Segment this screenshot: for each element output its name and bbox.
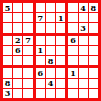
sudoku-cell-r1c4[interactable] [36, 3, 45, 12]
sudoku-box-2-2: 1 [68, 68, 98, 98]
sudoku-given-r7c4: 6 [36, 68, 45, 77]
sudoku-cell-r5c3[interactable] [23, 46, 32, 55]
sudoku-given-r2c4: 7 [36, 13, 45, 22]
sudoku-box-1-1: 18 [36, 36, 66, 66]
sudoku-cell-r9c8[interactable] [79, 89, 88, 98]
sudoku-cell-r2c1[interactable] [3, 13, 12, 22]
sudoku-cell-r8c2[interactable] [13, 79, 22, 88]
sudoku-cell-r9c9[interactable] [89, 89, 98, 98]
sudoku-given-r6c5: 8 [46, 56, 55, 65]
sudoku-cell-r4c5[interactable] [46, 36, 55, 45]
sudoku-cell-r7c3[interactable] [23, 68, 32, 77]
sudoku-given-r4c3: 7 [23, 36, 32, 45]
sudoku-cell-r5c8[interactable] [79, 46, 88, 55]
sudoku-cell-r1c3[interactable] [23, 3, 32, 12]
sudoku-cell-r8c8[interactable] [79, 79, 88, 88]
sudoku-cell-r9c5[interactable] [46, 89, 55, 98]
sudoku-cell-r3c5[interactable] [46, 23, 55, 32]
sudoku-cell-r9c3[interactable] [23, 89, 32, 98]
sudoku-cell-r1c5[interactable] [46, 3, 55, 12]
sudoku-given-r8c1: 8 [3, 79, 12, 88]
sudoku-cell-r2c9[interactable] [89, 13, 98, 22]
sudoku-box-0-1: 71 [36, 3, 66, 33]
sudoku-cell-r7c8[interactable] [79, 68, 88, 77]
sudoku-cell-r6c1[interactable] [3, 56, 12, 65]
sudoku-box-2-1: 64 [36, 68, 66, 98]
sudoku-cell-r6c8[interactable] [79, 56, 88, 65]
sudoku-cell-r4c6[interactable] [56, 36, 65, 45]
sudoku-box-0-0: 5 [3, 3, 33, 33]
sudoku-cell-r7c2[interactable] [13, 68, 22, 77]
sudoku-cell-r6c6[interactable] [56, 56, 65, 65]
sudoku-box-1-0: 276 [3, 36, 33, 66]
sudoku-cell-r9c7[interactable] [68, 89, 77, 98]
sudoku-board: 57148327618683641 [0, 0, 101, 101]
sudoku-cell-r5c5[interactable] [46, 46, 55, 55]
sudoku-given-r2c6: 1 [56, 13, 65, 22]
sudoku-cell-r6c2[interactable] [13, 56, 22, 65]
sudoku-cell-r4c1[interactable] [3, 36, 12, 45]
sudoku-cell-r8c4[interactable] [36, 79, 45, 88]
sudoku-cell-r4c8[interactable] [79, 36, 88, 45]
sudoku-cell-r9c6[interactable] [56, 89, 65, 98]
sudoku-cell-r1c7[interactable] [68, 3, 77, 12]
sudoku-box-0-2: 483 [68, 3, 98, 33]
sudoku-cell-r9c2[interactable] [13, 89, 22, 98]
sudoku-box-1-2: 6 [68, 36, 98, 66]
sudoku-cell-r3c6[interactable] [56, 23, 65, 32]
sudoku-cell-r7c6[interactable] [56, 68, 65, 77]
sudoku-cell-r3c4[interactable] [36, 23, 45, 32]
sudoku-cell-r2c5[interactable] [46, 13, 55, 22]
sudoku-given-r4c7: 6 [68, 36, 77, 45]
sudoku-cell-r9c4[interactable] [36, 89, 45, 98]
sudoku-cell-r6c3[interactable] [23, 56, 32, 65]
sudoku-cell-r8c3[interactable] [23, 79, 32, 88]
sudoku-cell-r3c3[interactable] [23, 23, 32, 32]
sudoku-cell-r3c2[interactable] [13, 23, 22, 32]
sudoku-cell-r2c8[interactable] [79, 13, 88, 22]
sudoku-given-r7c7: 1 [68, 68, 77, 77]
sudoku-cell-r5c7[interactable] [68, 46, 77, 55]
sudoku-cell-r8c7[interactable] [68, 79, 77, 88]
sudoku-cell-r6c7[interactable] [68, 56, 77, 65]
sudoku-cell-r3c9[interactable] [89, 23, 98, 32]
sudoku-cell-r5c9[interactable] [89, 46, 98, 55]
sudoku-cell-r8c9[interactable] [89, 79, 98, 88]
sudoku-cell-r2c2[interactable] [13, 13, 22, 22]
sudoku-cell-r2c7[interactable] [68, 13, 77, 22]
sudoku-cell-r7c9[interactable] [89, 68, 98, 77]
sudoku-given-r3c8: 3 [79, 23, 88, 32]
sudoku-given-r1c9: 8 [89, 3, 98, 12]
sudoku-given-r5c4: 1 [36, 46, 45, 55]
sudoku-cell-r6c4[interactable] [36, 56, 45, 65]
sudoku-box-2-0: 83 [3, 68, 33, 98]
sudoku-given-r9c1: 3 [3, 89, 12, 98]
sudoku-given-r5c2: 6 [13, 46, 22, 55]
sudoku-cell-r5c1[interactable] [3, 46, 12, 55]
sudoku-cell-r8c6[interactable] [56, 79, 65, 88]
sudoku-cell-r2c3[interactable] [23, 13, 32, 22]
sudoku-cell-r1c6[interactable] [56, 3, 65, 12]
sudoku-cell-r3c1[interactable] [3, 23, 12, 32]
sudoku-cell-r4c9[interactable] [89, 36, 98, 45]
sudoku-cell-r1c2[interactable] [13, 3, 22, 12]
sudoku-given-r1c1: 5 [3, 3, 12, 12]
sudoku-given-r1c8: 4 [79, 3, 88, 12]
sudoku-cell-r6c9[interactable] [89, 56, 98, 65]
sudoku-given-r4c2: 2 [13, 36, 22, 45]
sudoku-cell-r7c5[interactable] [46, 68, 55, 77]
sudoku-given-r8c5: 4 [46, 79, 55, 88]
sudoku-cell-r4c4[interactable] [36, 36, 45, 45]
sudoku-cell-r3c7[interactable] [68, 23, 77, 32]
sudoku-cell-r5c6[interactable] [56, 46, 65, 55]
sudoku-cell-r7c1[interactable] [3, 68, 12, 77]
